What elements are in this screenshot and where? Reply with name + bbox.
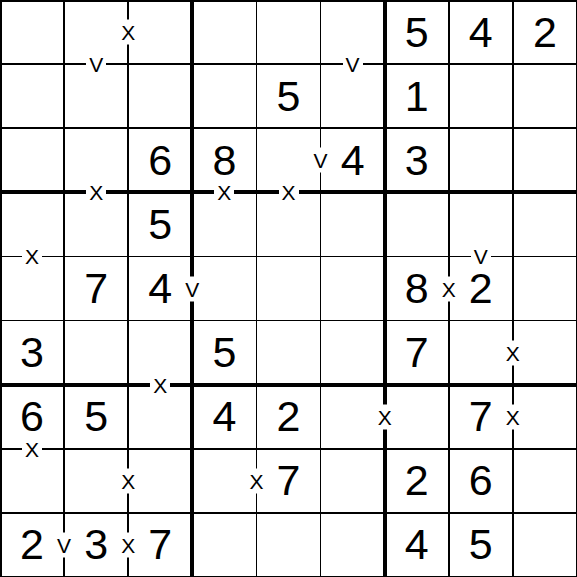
cell-r4c5[interactable]	[256, 192, 320, 256]
cell-r4c7[interactable]	[385, 192, 449, 256]
cell-r2c6[interactable]	[321, 64, 385, 128]
cell-r3c3[interactable]: 6	[128, 128, 192, 192]
cell-r9c1[interactable]: 2	[0, 513, 64, 577]
cell-r2c5[interactable]: 5	[256, 64, 320, 128]
cell-r6c5[interactable]	[256, 321, 320, 385]
cell-r3c2[interactable]	[64, 128, 128, 192]
cell-r9c3[interactable]: 7	[128, 513, 192, 577]
cell-r7c6[interactable]	[321, 385, 385, 449]
cell-r3c8[interactable]	[449, 128, 513, 192]
cell-r6c1[interactable]: 3	[0, 321, 64, 385]
cell-r4c8[interactable]	[449, 192, 513, 256]
cell-r6c7[interactable]: 7	[385, 321, 449, 385]
cell-r5c3[interactable]: 4	[128, 256, 192, 320]
cell-r5c1[interactable]	[0, 256, 64, 320]
cell-r2c8[interactable]	[449, 64, 513, 128]
cell-r5c8[interactable]: 2	[449, 256, 513, 320]
cell-r1c9[interactable]: 2	[513, 0, 577, 64]
cell-r4c6[interactable]	[321, 192, 385, 256]
cell-r5c5[interactable]	[256, 256, 320, 320]
cell-r1c1[interactable]	[0, 0, 64, 64]
cell-r1c7[interactable]: 5	[385, 0, 449, 64]
cell-r3c4[interactable]: 8	[192, 128, 256, 192]
cell-r6c6[interactable]	[321, 321, 385, 385]
cell-r7c2[interactable]: 5	[64, 385, 128, 449]
cell-r5c4[interactable]	[192, 256, 256, 320]
cell-r2c3[interactable]	[128, 64, 192, 128]
cell-r8c8[interactable]: 6	[449, 449, 513, 513]
cell-r7c3[interactable]	[128, 385, 192, 449]
cell-r4c9[interactable]	[513, 192, 577, 256]
cell-r4c4[interactable]	[192, 192, 256, 256]
cell-r1c8[interactable]: 4	[449, 0, 513, 64]
cell-r8c5[interactable]: 7	[256, 449, 320, 513]
cell-r9c5[interactable]	[256, 513, 320, 577]
cell-r3c9[interactable]	[513, 128, 577, 192]
cell-r8c6[interactable]	[321, 449, 385, 513]
cell-r8c9[interactable]	[513, 449, 577, 513]
cell-r6c3[interactable]	[128, 321, 192, 385]
cell-r7c5[interactable]: 2	[256, 385, 320, 449]
cell-r3c7[interactable]: 3	[385, 128, 449, 192]
cell-r3c1[interactable]	[0, 128, 64, 192]
cell-r5c2[interactable]: 7	[64, 256, 128, 320]
cell-r7c4[interactable]: 4	[192, 385, 256, 449]
cell-r8c4[interactable]	[192, 449, 256, 513]
cell-r7c1[interactable]: 6	[0, 385, 64, 449]
cell-r5c9[interactable]	[513, 256, 577, 320]
cell-r4c2[interactable]	[64, 192, 128, 256]
cell-r2c2[interactable]	[64, 64, 128, 128]
cell-r7c9[interactable]	[513, 385, 577, 449]
cell-r2c9[interactable]	[513, 64, 577, 128]
cell-r3c5[interactable]	[256, 128, 320, 192]
cell-r1c3[interactable]	[128, 0, 192, 64]
cell-r9c2[interactable]: 3	[64, 513, 128, 577]
cell-r4c1[interactable]	[0, 192, 64, 256]
cell-r6c8[interactable]	[449, 321, 513, 385]
cell-r9c9[interactable]	[513, 513, 577, 577]
cell-grid: 542516843574823576542772623745	[0, 0, 577, 577]
cell-r9c8[interactable]: 5	[449, 513, 513, 577]
cell-r3c6[interactable]: 4	[321, 128, 385, 192]
sudoku-board: 542516843574823576542772623745 XVVXXXXXX…	[0, 0, 577, 577]
cell-r1c5[interactable]	[256, 0, 320, 64]
cell-r9c6[interactable]	[321, 513, 385, 577]
cell-r5c7[interactable]: 8	[385, 256, 449, 320]
cell-r9c7[interactable]: 4	[385, 513, 449, 577]
cell-r7c8[interactable]: 7	[449, 385, 513, 449]
cell-r8c1[interactable]	[0, 449, 64, 513]
cell-r4c3[interactable]: 5	[128, 192, 192, 256]
cell-r1c2[interactable]	[64, 0, 128, 64]
cell-r8c7[interactable]: 2	[385, 449, 449, 513]
cell-r9c4[interactable]	[192, 513, 256, 577]
cell-r2c7[interactable]: 1	[385, 64, 449, 128]
cell-r6c2[interactable]	[64, 321, 128, 385]
cell-r1c6[interactable]	[321, 0, 385, 64]
cell-r8c3[interactable]	[128, 449, 192, 513]
cell-r7c7[interactable]	[385, 385, 449, 449]
cell-r8c2[interactable]	[64, 449, 128, 513]
cell-r1c4[interactable]	[192, 0, 256, 64]
cell-r2c1[interactable]	[0, 64, 64, 128]
cell-r5c6[interactable]	[321, 256, 385, 320]
cell-r6c4[interactable]: 5	[192, 321, 256, 385]
cell-r2c4[interactable]	[192, 64, 256, 128]
cell-r6c9[interactable]	[513, 321, 577, 385]
